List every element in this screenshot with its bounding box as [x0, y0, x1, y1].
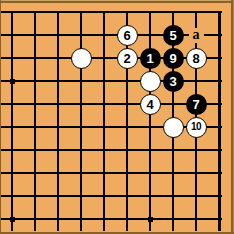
intersection[interactable]: [47, 185, 70, 208]
intersection[interactable]: [1, 185, 24, 208]
intersection[interactable]: [93, 47, 116, 70]
go-board-diagram: 65a219834710: [0, 0, 234, 234]
intersection[interactable]: [47, 116, 70, 139]
move-number: 5: [169, 29, 176, 42]
intersection[interactable]: [208, 24, 231, 47]
intersection[interactable]: a: [185, 24, 208, 47]
intersection[interactable]: 7: [185, 93, 208, 116]
intersection[interactable]: [185, 162, 208, 185]
intersection[interactable]: 10: [185, 116, 208, 139]
move-number: 3: [169, 75, 176, 88]
intersection[interactable]: 6: [116, 24, 139, 47]
intersection[interactable]: [93, 208, 116, 231]
intersection[interactable]: [139, 139, 162, 162]
intersection[interactable]: [47, 70, 70, 93]
point-label-a: a: [189, 28, 204, 43]
intersection[interactable]: [1, 24, 24, 47]
intersection[interactable]: [139, 70, 162, 93]
intersection[interactable]: 2: [116, 47, 139, 70]
intersection[interactable]: 5: [162, 24, 185, 47]
intersection[interactable]: [24, 24, 47, 47]
move-number: 2: [123, 52, 130, 65]
frame-top: [0, 0, 234, 3]
white-stone: 8: [186, 48, 207, 69]
intersection[interactable]: [70, 116, 93, 139]
intersection[interactable]: [185, 1, 208, 24]
intersection[interactable]: [70, 208, 93, 231]
intersection[interactable]: [70, 139, 93, 162]
intersection[interactable]: 8: [185, 47, 208, 70]
intersection[interactable]: [208, 208, 231, 231]
intersection[interactable]: [70, 1, 93, 24]
intersection[interactable]: [116, 116, 139, 139]
intersection[interactable]: [47, 162, 70, 185]
intersection[interactable]: [47, 139, 70, 162]
intersection[interactable]: [1, 93, 24, 116]
intersection[interactable]: [1, 1, 24, 24]
intersection[interactable]: [139, 208, 162, 231]
intersection[interactable]: 9: [162, 47, 185, 70]
white-stone: [163, 117, 184, 138]
intersection[interactable]: [162, 208, 185, 231]
star-point: [148, 217, 153, 222]
intersection[interactable]: [93, 185, 116, 208]
move-number: 1: [146, 52, 153, 65]
intersection[interactable]: [70, 185, 93, 208]
intersection[interactable]: [24, 47, 47, 70]
intersection[interactable]: [116, 139, 139, 162]
intersection[interactable]: [139, 116, 162, 139]
intersection[interactable]: 1: [139, 47, 162, 70]
star-point: [10, 217, 15, 222]
intersection[interactable]: [1, 162, 24, 185]
intersection[interactable]: [208, 93, 231, 116]
intersection[interactable]: [24, 139, 47, 162]
intersection[interactable]: [208, 139, 231, 162]
intersection[interactable]: [70, 70, 93, 93]
intersection[interactable]: 4: [139, 93, 162, 116]
move-number: 7: [192, 98, 199, 111]
intersection[interactable]: [162, 116, 185, 139]
intersection[interactable]: [24, 93, 47, 116]
move-number: 10: [191, 122, 201, 132]
intersection[interactable]: [116, 162, 139, 185]
intersection[interactable]: [139, 185, 162, 208]
intersection[interactable]: [93, 139, 116, 162]
intersection[interactable]: 3: [162, 70, 185, 93]
intersection[interactable]: [116, 1, 139, 24]
intersection[interactable]: [208, 70, 231, 93]
intersection[interactable]: [47, 208, 70, 231]
intersection[interactable]: [47, 24, 70, 47]
move-number: 9: [169, 52, 176, 65]
intersection[interactable]: [1, 208, 24, 231]
intersection[interactable]: [93, 162, 116, 185]
intersection[interactable]: [24, 1, 47, 24]
intersection[interactable]: [47, 93, 70, 116]
intersection[interactable]: [116, 70, 139, 93]
intersection[interactable]: [70, 47, 93, 70]
move-number: 6: [123, 29, 130, 42]
intersection[interactable]: [47, 1, 70, 24]
intersection[interactable]: [162, 139, 185, 162]
black-stone: 7: [186, 94, 207, 115]
intersection[interactable]: [208, 162, 231, 185]
intersection[interactable]: [116, 185, 139, 208]
intersection[interactable]: [24, 70, 47, 93]
intersection[interactable]: [162, 1, 185, 24]
intersection[interactable]: [1, 139, 24, 162]
black-stone: 5: [163, 25, 184, 46]
intersection[interactable]: [185, 185, 208, 208]
frame-left: [0, 0, 1, 234]
white-stone: 4: [140, 94, 161, 115]
intersection[interactable]: [208, 185, 231, 208]
intersection[interactable]: [185, 208, 208, 231]
move-number: 4: [146, 98, 153, 111]
intersection[interactable]: [93, 24, 116, 47]
white-stone: 10: [186, 117, 207, 138]
frame-bottom: [0, 232, 234, 234]
intersection[interactable]: [47, 47, 70, 70]
intersection[interactable]: [208, 1, 231, 24]
white-stone: [71, 48, 92, 69]
black-stone: 3: [163, 71, 184, 92]
intersection[interactable]: [162, 93, 185, 116]
black-stone: 1: [140, 48, 161, 69]
intersection[interactable]: [162, 162, 185, 185]
intersection[interactable]: [139, 24, 162, 47]
intersection[interactable]: [24, 116, 47, 139]
intersection[interactable]: [208, 47, 231, 70]
white-stone: 6: [117, 25, 138, 46]
intersection[interactable]: [24, 185, 47, 208]
intersection[interactable]: [93, 93, 116, 116]
intersection[interactable]: [208, 116, 231, 139]
star-point: [10, 79, 15, 84]
intersection[interactable]: [24, 208, 47, 231]
white-stone: [140, 71, 161, 92]
intersection[interactable]: [93, 70, 116, 93]
move-number: 8: [192, 52, 199, 65]
intersection[interactable]: [116, 208, 139, 231]
intersection[interactable]: [24, 162, 47, 185]
intersection[interactable]: [1, 70, 24, 93]
intersection[interactable]: [139, 1, 162, 24]
intersection[interactable]: [93, 116, 116, 139]
black-stone: 9: [163, 48, 184, 69]
intersection[interactable]: [1, 47, 24, 70]
white-stone: 2: [117, 48, 138, 69]
intersection[interactable]: [93, 1, 116, 24]
intersection[interactable]: [70, 24, 93, 47]
intersection[interactable]: [70, 93, 93, 116]
intersection[interactable]: [162, 185, 185, 208]
intersection[interactable]: [185, 70, 208, 93]
intersection[interactable]: [1, 116, 24, 139]
intersection[interactable]: [185, 139, 208, 162]
board-grid: 65a219834710: [1, 1, 231, 231]
frame-right: [231, 0, 234, 234]
intersection[interactable]: [139, 162, 162, 185]
intersection[interactable]: [70, 162, 93, 185]
intersection[interactable]: [116, 93, 139, 116]
